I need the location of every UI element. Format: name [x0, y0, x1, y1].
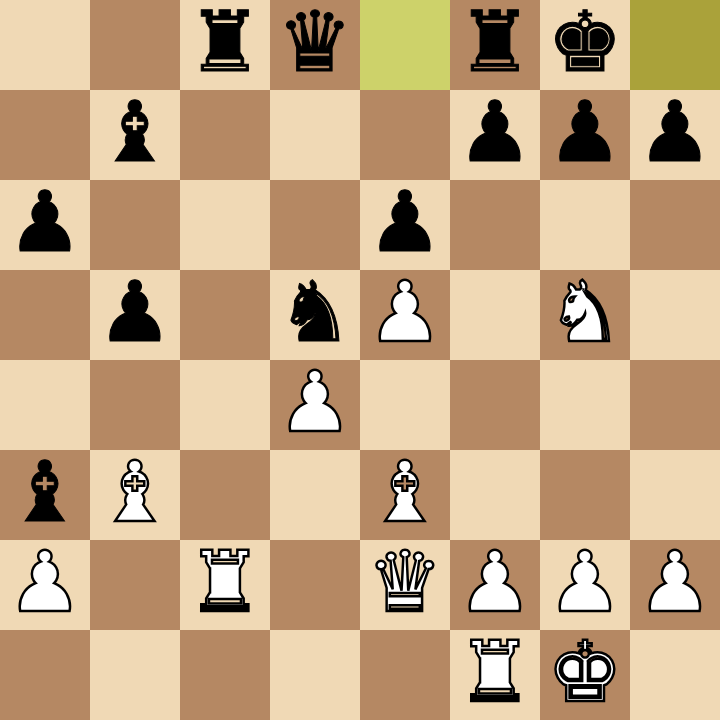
piece-white-pawn[interactable]: ♟ — [637, 537, 712, 627]
piece-white-pawn[interactable]: ♟ — [547, 537, 622, 627]
piece-white-rook[interactable]: ♜ — [187, 537, 262, 627]
piece-black-pawn[interactable]: ♟ — [7, 177, 82, 267]
square-h4[interactable] — [630, 360, 720, 450]
square-a7[interactable] — [0, 90, 90, 180]
piece-white-rook[interactable]: ♜ — [457, 627, 532, 717]
piece-black-pawn[interactable]: ♟ — [547, 87, 622, 177]
square-f6[interactable] — [450, 180, 540, 270]
square-f1[interactable]: ♜ — [450, 630, 540, 720]
square-a8[interactable] — [0, 0, 90, 90]
square-d2[interactable] — [270, 540, 360, 630]
square-h7[interactable]: ♟ — [630, 90, 720, 180]
square-h8[interactable] — [630, 0, 720, 90]
piece-black-rook[interactable]: ♜ — [187, 0, 262, 87]
square-e4[interactable] — [360, 360, 450, 450]
piece-white-pawn[interactable]: ♟ — [277, 357, 352, 447]
square-f4[interactable] — [450, 360, 540, 450]
square-g4[interactable] — [540, 360, 630, 450]
square-e5[interactable]: ♟ — [360, 270, 450, 360]
square-g7[interactable]: ♟ — [540, 90, 630, 180]
square-a4[interactable] — [0, 360, 90, 450]
square-g2[interactable]: ♟ — [540, 540, 630, 630]
square-e6[interactable]: ♟ — [360, 180, 450, 270]
square-g8[interactable]: ♚ — [540, 0, 630, 90]
piece-black-bishop[interactable]: ♝ — [97, 87, 172, 177]
piece-white-pawn[interactable]: ♟ — [367, 267, 442, 357]
piece-white-knight[interactable]: ♞ — [547, 267, 622, 357]
square-h1[interactable] — [630, 630, 720, 720]
square-f2[interactable]: ♟ — [450, 540, 540, 630]
square-f3[interactable] — [450, 450, 540, 540]
square-a1[interactable] — [0, 630, 90, 720]
square-c2[interactable]: ♜ — [180, 540, 270, 630]
piece-white-bishop[interactable]: ♝ — [367, 447, 442, 537]
square-b8[interactable] — [90, 0, 180, 90]
square-a2[interactable]: ♟ — [0, 540, 90, 630]
piece-black-queen[interactable]: ♛ — [277, 0, 352, 87]
piece-black-knight[interactable]: ♞ — [277, 267, 352, 357]
square-c8[interactable]: ♜ — [180, 0, 270, 90]
square-d8[interactable]: ♛ — [270, 0, 360, 90]
square-h6[interactable] — [630, 180, 720, 270]
square-e8[interactable] — [360, 0, 450, 90]
square-h2[interactable]: ♟ — [630, 540, 720, 630]
chess-board: ♜♛♜♚♝♟♟♟♟♟♟♞♟♞♟♝♝♝♟♜♛♟♟♟♜♚ — [0, 0, 720, 720]
square-a5[interactable] — [0, 270, 90, 360]
square-c4[interactable] — [180, 360, 270, 450]
piece-white-pawn[interactable]: ♟ — [457, 537, 532, 627]
square-g3[interactable] — [540, 450, 630, 540]
square-a6[interactable]: ♟ — [0, 180, 90, 270]
square-c7[interactable] — [180, 90, 270, 180]
piece-black-pawn[interactable]: ♟ — [457, 87, 532, 177]
square-b6[interactable] — [90, 180, 180, 270]
square-d1[interactable] — [270, 630, 360, 720]
square-e7[interactable] — [360, 90, 450, 180]
square-e1[interactable] — [360, 630, 450, 720]
square-g5[interactable]: ♞ — [540, 270, 630, 360]
square-b3[interactable]: ♝ — [90, 450, 180, 540]
square-a3[interactable]: ♝ — [0, 450, 90, 540]
piece-black-king[interactable]: ♚ — [547, 0, 622, 87]
square-f8[interactable]: ♜ — [450, 0, 540, 90]
piece-black-pawn[interactable]: ♟ — [367, 177, 442, 267]
square-g6[interactable] — [540, 180, 630, 270]
square-d5[interactable]: ♞ — [270, 270, 360, 360]
square-f5[interactable] — [450, 270, 540, 360]
square-b7[interactable]: ♝ — [90, 90, 180, 180]
piece-white-bishop[interactable]: ♝ — [97, 447, 172, 537]
square-g1[interactable]: ♚ — [540, 630, 630, 720]
piece-black-bishop[interactable]: ♝ — [7, 447, 82, 537]
square-c1[interactable] — [180, 630, 270, 720]
square-d6[interactable] — [270, 180, 360, 270]
square-h3[interactable] — [630, 450, 720, 540]
square-d4[interactable]: ♟ — [270, 360, 360, 450]
piece-black-rook[interactable]: ♜ — [457, 0, 532, 87]
square-b4[interactable] — [90, 360, 180, 450]
square-b5[interactable]: ♟ — [90, 270, 180, 360]
square-c6[interactable] — [180, 180, 270, 270]
square-b2[interactable] — [90, 540, 180, 630]
piece-white-king[interactable]: ♚ — [547, 627, 622, 717]
square-b1[interactable] — [90, 630, 180, 720]
square-c3[interactable] — [180, 450, 270, 540]
piece-white-queen[interactable]: ♛ — [367, 537, 442, 627]
square-e2[interactable]: ♛ — [360, 540, 450, 630]
square-d3[interactable] — [270, 450, 360, 540]
piece-black-pawn[interactable]: ♟ — [97, 267, 172, 357]
square-c5[interactable] — [180, 270, 270, 360]
square-h5[interactable] — [630, 270, 720, 360]
piece-black-pawn[interactable]: ♟ — [637, 87, 712, 177]
square-f7[interactable]: ♟ — [450, 90, 540, 180]
piece-white-pawn[interactable]: ♟ — [7, 537, 82, 627]
square-e3[interactable]: ♝ — [360, 450, 450, 540]
square-d7[interactable] — [270, 90, 360, 180]
